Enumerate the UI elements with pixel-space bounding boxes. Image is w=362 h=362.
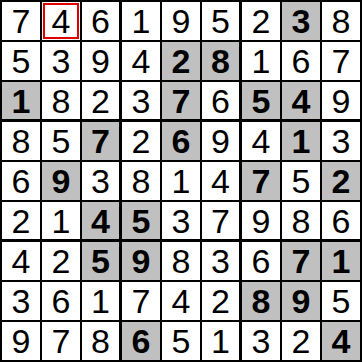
cell-r4c7[interactable]: 4 <box>242 122 282 162</box>
cell-r9c4[interactable]: 6 <box>122 322 162 360</box>
cell-r5c9[interactable]: 2 <box>322 162 360 202</box>
cell-r9c5[interactable]: 5 <box>162 322 202 360</box>
cell-r7c4[interactable]: 9 <box>122 242 162 282</box>
cell-r5c4[interactable]: 8 <box>122 162 162 202</box>
cell-r1c1[interactable]: 7 <box>2 2 42 42</box>
cell-r8c3[interactable]: 1 <box>82 282 122 322</box>
cell-r9c6[interactable]: 1 <box>202 322 242 360</box>
cell-r6c1[interactable]: 2 <box>2 202 42 242</box>
cell-r3c4[interactable]: 3 <box>122 82 162 122</box>
cell-r2c2[interactable]: 3 <box>42 42 82 82</box>
cell-r8c9[interactable]: 5 <box>322 282 360 322</box>
cell-r5c1[interactable]: 6 <box>2 162 42 202</box>
cell-r4c4[interactable]: 2 <box>122 122 162 162</box>
cell-r6c4[interactable]: 5 <box>122 202 162 242</box>
cell-r5c2[interactable]: 9 <box>42 162 82 202</box>
cell-r2c3[interactable]: 9 <box>82 42 122 82</box>
cell-r8c8[interactable]: 9 <box>282 282 322 322</box>
cell-r5c5[interactable]: 1 <box>162 162 202 202</box>
cell-r7c1[interactable]: 4 <box>2 242 42 282</box>
cell-r1c9[interactable]: 8 <box>322 2 360 42</box>
cell-r2c7[interactable]: 1 <box>242 42 282 82</box>
cell-r3c5[interactable]: 7 <box>162 82 202 122</box>
cell-r5c8[interactable]: 5 <box>282 162 322 202</box>
cell-r6c2[interactable]: 1 <box>42 202 82 242</box>
cell-r1c2[interactable]: 4 <box>42 2 82 42</box>
cell-r9c1[interactable]: 9 <box>2 322 42 360</box>
cell-r9c3[interactable]: 8 <box>82 322 122 360</box>
cell-r2c8[interactable]: 6 <box>282 42 322 82</box>
cell-r3c7[interactable]: 5 <box>242 82 282 122</box>
cell-r8c1[interactable]: 3 <box>2 282 42 322</box>
cell-r1c3[interactable]: 6 <box>82 2 122 42</box>
cell-r6c8[interactable]: 8 <box>282 202 322 242</box>
cell-r9c8[interactable]: 2 <box>282 322 322 360</box>
cell-r2c9[interactable]: 7 <box>322 42 360 82</box>
cell-r3c8[interactable]: 4 <box>282 82 322 122</box>
cell-r8c7[interactable]: 8 <box>242 282 282 322</box>
cell-r5c6[interactable]: 4 <box>202 162 242 202</box>
cell-r6c6[interactable]: 7 <box>202 202 242 242</box>
cell-r9c2[interactable]: 7 <box>42 322 82 360</box>
cell-r3c3[interactable]: 2 <box>82 82 122 122</box>
cell-r9c9[interactable]: 4 <box>322 322 360 360</box>
cell-r7c2[interactable]: 2 <box>42 242 82 282</box>
cell-r5c7[interactable]: 7 <box>242 162 282 202</box>
cell-r2c4[interactable]: 4 <box>122 42 162 82</box>
cell-r3c1[interactable]: 1 <box>2 82 42 122</box>
cell-r4c5[interactable]: 6 <box>162 122 202 162</box>
cell-r8c5[interactable]: 4 <box>162 282 202 322</box>
cell-r7c3[interactable]: 5 <box>82 242 122 282</box>
cell-r7c6[interactable]: 3 <box>202 242 242 282</box>
cell-r1c7[interactable]: 2 <box>242 2 282 42</box>
cell-r4c2[interactable]: 5 <box>42 122 82 162</box>
cell-r6c5[interactable]: 3 <box>162 202 202 242</box>
cell-r6c3[interactable]: 4 <box>82 202 122 242</box>
cell-r1c4[interactable]: 1 <box>122 2 162 42</box>
cell-r7c8[interactable]: 7 <box>282 242 322 282</box>
cell-r1c6[interactable]: 5 <box>202 2 242 42</box>
cell-r1c8[interactable]: 3 <box>282 2 322 42</box>
cell-r7c9[interactable]: 1 <box>322 242 360 282</box>
cell-r7c7[interactable]: 6 <box>242 242 282 282</box>
cell-r1c5[interactable]: 9 <box>162 2 202 42</box>
cell-r4c3[interactable]: 7 <box>82 122 122 162</box>
cell-r3c6[interactable]: 6 <box>202 82 242 122</box>
cell-r6c9[interactable]: 6 <box>322 202 360 242</box>
cell-r4c9[interactable]: 3 <box>322 122 360 162</box>
cell-r8c6[interactable]: 2 <box>202 282 242 322</box>
cell-r4c8[interactable]: 1 <box>282 122 322 162</box>
sudoku-board: 7461952385394281671823765498572694136938… <box>0 0 362 362</box>
cell-r4c1[interactable]: 8 <box>2 122 42 162</box>
cell-r6c7[interactable]: 9 <box>242 202 282 242</box>
cell-r8c4[interactable]: 7 <box>122 282 162 322</box>
cell-r2c5[interactable]: 2 <box>162 42 202 82</box>
cell-r9c7[interactable]: 3 <box>242 322 282 360</box>
cell-r3c9[interactable]: 9 <box>322 82 360 122</box>
cell-r5c3[interactable]: 3 <box>82 162 122 202</box>
cell-r7c5[interactable]: 8 <box>162 242 202 282</box>
cell-r3c2[interactable]: 8 <box>42 82 82 122</box>
cell-r2c6[interactable]: 8 <box>202 42 242 82</box>
cell-r8c2[interactable]: 6 <box>42 282 82 322</box>
cell-r4c6[interactable]: 9 <box>202 122 242 162</box>
cell-r2c1[interactable]: 5 <box>2 42 42 82</box>
